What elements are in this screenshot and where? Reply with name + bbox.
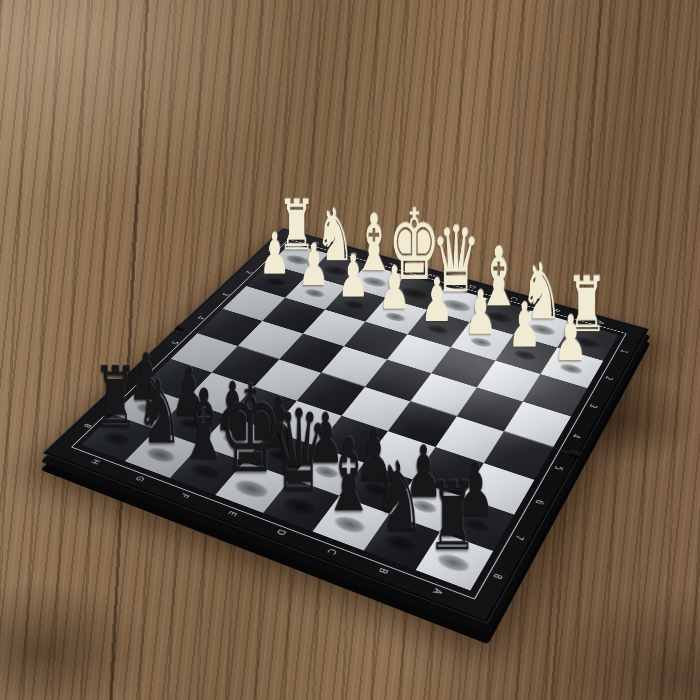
rank-label: 1	[619, 349, 628, 354]
rank-label: 2	[603, 375, 612, 380]
chess-board: HHGGFFEEDDCCBBAA1122334455667788 ♜♞♝♛♚♝♞…	[42, 228, 650, 624]
file-label: B	[377, 567, 388, 575]
rank-label: 5	[552, 465, 562, 471]
rank-label: 4	[570, 433, 580, 439]
rank-label: 6	[533, 498, 543, 504]
board-perspective-container: HHGGFFEEDDCCBBAA1122334455667788 ♜♞♝♛♚♝♞…	[0, 0, 700, 700]
file-label: H	[89, 458, 100, 465]
file-label: A	[431, 587, 443, 595]
black-rook-glyph: ♜	[403, 470, 502, 565]
file-label: D	[274, 528, 286, 536]
rank-label: 3	[587, 403, 596, 408]
product-photo-scene: HHGGFFEEDDCCBBAA1122334455667788 ♜♞♝♛♚♝♞…	[0, 0, 700, 700]
file-label: E	[226, 510, 237, 517]
file-label: G	[133, 475, 144, 482]
file-label: F	[179, 492, 189, 498]
rank-label: 7	[513, 534, 524, 541]
rank-label: 8	[491, 572, 502, 579]
file-label: C	[325, 547, 336, 554]
